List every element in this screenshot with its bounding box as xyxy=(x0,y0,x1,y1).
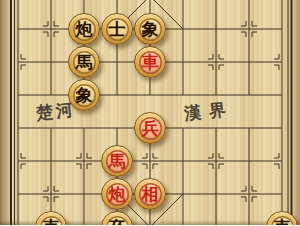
piece-red-elephant[interactable]: 相 xyxy=(134,178,166,210)
piece-black-elephant-1[interactable]: 象 xyxy=(134,13,166,45)
piece-glyph: 馬 xyxy=(109,153,126,170)
piece-glyph: 象 xyxy=(76,87,93,104)
piece-red-chariot[interactable]: 車 xyxy=(134,46,166,78)
piece-face: 馬 xyxy=(73,51,96,74)
piece-black-chariot-1[interactable]: 車 xyxy=(35,211,67,225)
piece-glyph: 車 xyxy=(142,54,159,71)
piece-glyph: 炮 xyxy=(76,21,93,38)
piece-red-soldier[interactable]: 兵 xyxy=(134,112,166,144)
piece-face: 兵 xyxy=(139,117,162,140)
piece-face: 車 xyxy=(271,216,294,226)
piece-black-cannon[interactable]: 炮 xyxy=(68,13,100,45)
piece-black-advisor[interactable]: 士 xyxy=(101,13,133,45)
piece-face: 卒 xyxy=(106,216,129,226)
piece-red-horse[interactable]: 馬 xyxy=(101,145,133,177)
piece-glyph: 車 xyxy=(43,219,60,226)
xiangqi-board: 楚河 漢界 炮士象馬車象兵馬炮相車卒車 xyxy=(0,0,300,225)
pieces-layer: 炮士象馬車象兵馬炮相車卒車 xyxy=(0,0,300,225)
piece-face: 炮 xyxy=(106,183,129,206)
piece-face: 炮 xyxy=(73,18,96,41)
piece-face: 士 xyxy=(106,18,129,41)
piece-glyph: 象 xyxy=(142,21,159,38)
piece-face: 車 xyxy=(40,216,63,226)
piece-glyph: 炮 xyxy=(109,186,126,203)
piece-black-soldier[interactable]: 卒 xyxy=(101,211,133,225)
piece-face: 馬 xyxy=(106,150,129,173)
piece-face: 相 xyxy=(139,183,162,206)
piece-face: 象 xyxy=(73,84,96,107)
piece-red-cannon[interactable]: 炮 xyxy=(101,178,133,210)
piece-glyph: 馬 xyxy=(76,54,93,71)
piece-face: 車 xyxy=(139,51,162,74)
piece-black-horse[interactable]: 馬 xyxy=(68,46,100,78)
piece-face: 象 xyxy=(139,18,162,41)
piece-glyph: 相 xyxy=(142,186,159,203)
piece-glyph: 車 xyxy=(274,219,291,226)
piece-black-elephant-2[interactable]: 象 xyxy=(68,79,100,111)
piece-glyph: 兵 xyxy=(142,120,159,137)
piece-black-chariot-2[interactable]: 車 xyxy=(266,211,298,225)
piece-glyph: 卒 xyxy=(109,219,126,226)
piece-glyph: 士 xyxy=(109,21,126,38)
